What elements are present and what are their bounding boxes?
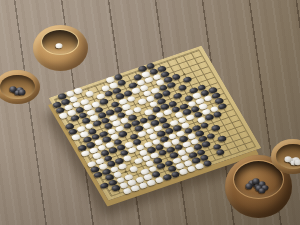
black-lid-interior: ●●●●● xyxy=(0,75,34,99)
captured-black-stones-lid: ●●●●● xyxy=(0,70,40,104)
black-stone: ● xyxy=(245,183,252,189)
black-stone: ● xyxy=(19,90,26,96)
black-stone: ● xyxy=(252,178,259,184)
table-surface: ●●●●●●●●●●●●●●●●●●●●●●●●●●●●●●●●●●●●●●●●… xyxy=(0,0,300,225)
white-lid-interior: ●●●●● xyxy=(276,144,300,169)
white-stone: ● xyxy=(55,43,62,49)
intersection-T1[interactable] xyxy=(250,143,261,151)
white-stone: ● xyxy=(294,159,300,165)
white-bowl-interior: ● xyxy=(41,29,79,55)
white-stone-bowl: ● xyxy=(33,25,88,71)
black-stone: ● xyxy=(259,188,266,194)
